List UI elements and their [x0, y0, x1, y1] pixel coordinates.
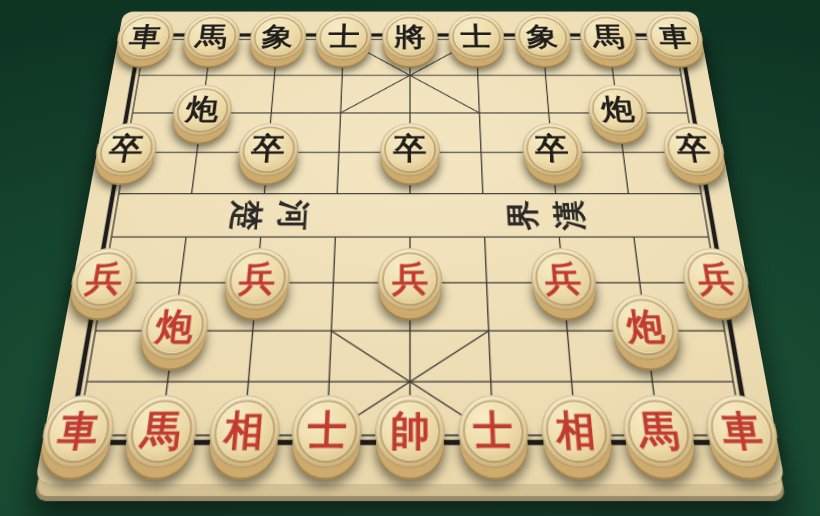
- piece-character: 馬: [637, 410, 682, 451]
- piece-character: 炮: [154, 308, 196, 345]
- piece-character: 將: [394, 23, 426, 49]
- piece-character: 炮: [600, 95, 636, 124]
- table-surface: 楚河 漢界 車馬象士將士象馬車炮炮卒卒卒卒卒兵兵兵兵兵炮炮車馬相士帥士相馬車: [0, 0, 820, 516]
- piece-character: 車: [657, 23, 693, 49]
- piece-character: 兵: [237, 261, 276, 296]
- piece-character: 帥: [390, 410, 430, 451]
- river-label-han-jie: 漢界: [506, 200, 588, 231]
- piece-character: 馬: [139, 410, 184, 451]
- piece-character: 卒: [674, 133, 713, 163]
- piece-character: 象: [261, 23, 295, 49]
- piece-character: 卒: [393, 133, 427, 163]
- river-label-chu-he: 楚河: [228, 200, 310, 231]
- river-character: 漢: [552, 200, 588, 231]
- piece-character: 兵: [543, 261, 582, 296]
- piece-character: 車: [55, 410, 101, 451]
- piece-black-general[interactable]: 將: [382, 14, 438, 60]
- piece-character: 車: [719, 410, 765, 451]
- piece-character: 士: [328, 23, 360, 49]
- piece-character: 兵: [392, 261, 429, 296]
- piece-character: 士: [306, 410, 347, 451]
- river-character: 楚: [228, 200, 264, 231]
- piece-character: 士: [473, 410, 514, 451]
- piece-character: 車: [128, 23, 164, 49]
- piece-character: 卒: [107, 133, 146, 163]
- piece-black-soldier[interactable]: 卒: [380, 123, 441, 176]
- piece-character: 士: [460, 23, 492, 49]
- piece-character: 相: [223, 410, 266, 451]
- river-character: 河: [276, 200, 311, 231]
- piece-character: 象: [526, 23, 560, 49]
- piece-character: 馬: [591, 23, 626, 49]
- piece-character: 炮: [184, 95, 220, 124]
- piece-character: 兵: [695, 261, 737, 296]
- board-perspective-wrapper: 楚河 漢界 車馬象士將士象馬車炮炮卒卒卒卒卒兵兵兵兵兵炮炮車馬相士帥士相馬車: [35, 12, 785, 484]
- piece-character: 馬: [194, 23, 229, 49]
- piece-red-general[interactable]: 帥: [374, 395, 445, 468]
- piece-character: 卒: [250, 133, 286, 163]
- piece-character: 兵: [83, 261, 125, 296]
- river-character: 界: [506, 200, 541, 231]
- xiangqi-board: 楚河 漢界 車馬象士將士象馬車炮炮卒卒卒卒卒兵兵兵兵兵炮炮車馬相士帥士相馬車: [35, 12, 785, 484]
- piece-red-soldier[interactable]: 兵: [377, 249, 442, 311]
- piece-character: 卒: [534, 133, 570, 163]
- piece-character: 相: [555, 410, 598, 451]
- piece-character: 炮: [625, 308, 667, 345]
